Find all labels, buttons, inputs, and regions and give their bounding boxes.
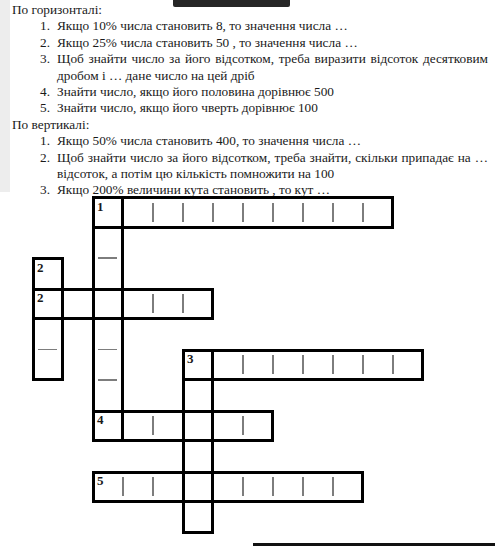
- cell-separator-tick: [362, 203, 364, 222]
- crossword-cell: [93, 350, 123, 381]
- word-down-1: [93, 197, 123, 441]
- clue-number-label: 5: [97, 474, 104, 487]
- crossword-cell: [243, 350, 273, 381]
- crossword-cell: [243, 197, 273, 228]
- crossword-cell: [333, 350, 363, 381]
- crossword-cell: [93, 228, 123, 259]
- crossword-cell: [183, 472, 213, 503]
- word-across-3: [183, 350, 423, 381]
- crossword-cell: [243, 411, 273, 442]
- crossword-cell: [213, 472, 243, 503]
- crossword-cell: [273, 197, 303, 228]
- cell-separator-tick: [182, 294, 184, 313]
- cell-separator-tick: [152, 477, 154, 496]
- word-across-1: [93, 197, 393, 228]
- crossword-cell: [123, 472, 153, 503]
- crossword-cell: [273, 350, 303, 381]
- cell-separator-tick: [182, 203, 184, 222]
- word-down-2: [33, 258, 63, 380]
- clue-number-label: 2: [37, 261, 44, 274]
- cell-separator-tick: [302, 477, 304, 496]
- crossword-cell: [93, 289, 123, 320]
- cell-separator-tick: [98, 379, 117, 381]
- crossword-cell: [303, 197, 333, 228]
- cell-separator-tick: [242, 203, 244, 222]
- cell-separator-tick: [38, 349, 57, 351]
- cell-separator-tick: [212, 203, 214, 222]
- crossword-cell: [183, 502, 213, 533]
- crossword-cell: [213, 411, 243, 442]
- cell-separator-tick: [152, 416, 154, 435]
- clue-number-label: 1: [97, 200, 104, 213]
- cell-separator-tick: [272, 477, 274, 496]
- crossword-cell: [183, 197, 213, 228]
- crossword-cell: [183, 441, 213, 472]
- clue-number-label: 3: [187, 352, 194, 365]
- cell-separator-tick: [272, 203, 274, 222]
- crossword-cell: [123, 289, 153, 320]
- cell-separator-tick: [332, 477, 334, 496]
- crossword-cell: [213, 350, 243, 381]
- cell-separator-tick: [152, 203, 154, 222]
- crossword-cell: [303, 472, 333, 503]
- crossword-cell: [153, 289, 183, 320]
- crossword-cell: [183, 380, 213, 411]
- clue-number-label: 4: [97, 413, 104, 426]
- crossword-cell: [273, 472, 303, 503]
- cell-separator-tick: [242, 416, 244, 435]
- cell-separator-tick: [332, 355, 334, 374]
- crossword-cell: [153, 197, 183, 228]
- crossword-cell: [153, 472, 183, 503]
- crossword-cell: [123, 411, 153, 442]
- crossword-cell: [363, 197, 393, 228]
- cell-separator-tick: [152, 294, 154, 313]
- crossword-cell: [213, 197, 243, 228]
- clue-number-label: 2: [37, 291, 44, 304]
- bottom-divider-bar: [253, 543, 495, 546]
- crossword-cell: [33, 350, 63, 381]
- cell-separator-tick: [242, 355, 244, 374]
- cell-separator-tick: [302, 203, 304, 222]
- crossword-cell: [393, 350, 423, 381]
- cell-separator-tick: [302, 355, 304, 374]
- crossword-cell: [153, 411, 183, 442]
- crossword-cell: [333, 472, 363, 503]
- crossword-cell: [303, 350, 333, 381]
- word-across-5: [93, 472, 363, 503]
- cell-separator-tick: [122, 477, 124, 496]
- cell-separator-tick: [332, 203, 334, 222]
- crossword-cell: [63, 289, 93, 320]
- crossword-cell: [93, 380, 123, 411]
- cell-separator-tick: [98, 257, 117, 259]
- crossword-cell: [123, 197, 153, 228]
- crossword-cell: [93, 319, 123, 350]
- cell-separator-tick: [392, 355, 394, 374]
- crossword-cell: [243, 472, 273, 503]
- crossword-board: 122345: [0, 0, 500, 549]
- cell-separator-tick: [242, 477, 244, 496]
- crossword-cell: [333, 197, 363, 228]
- crossword-cell: [183, 411, 213, 442]
- cell-separator-tick: [98, 349, 117, 351]
- cell-separator-tick: [362, 355, 364, 374]
- crossword-cell: [93, 258, 123, 289]
- crossword-cell: [183, 289, 213, 320]
- crossword-cell: [33, 319, 63, 350]
- word-down-3: [183, 350, 213, 533]
- crossword-cell: [363, 350, 393, 381]
- cell-separator-tick: [272, 355, 274, 374]
- worksheet-page: По горизонталі: 1.Якщо 10% числа станови…: [0, 0, 500, 549]
